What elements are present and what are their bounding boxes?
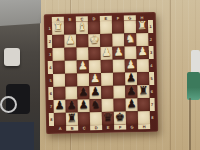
rank-label: 2 — [148, 33, 153, 46]
rank-label: 4 — [149, 59, 154, 72]
board-grid: ABCDEFGH1♜♝♜12♟♚♞23♟♟♟34♟♟45♟♟56♟♟♟♜67♟♟… — [47, 15, 155, 131]
square-r5c5 — [101, 73, 113, 86]
square-r4c6 — [113, 60, 125, 73]
black-Q-piece: ♛ — [103, 111, 113, 124]
black-K-piece: ♚ — [115, 111, 125, 124]
square-r8c4 — [90, 112, 102, 125]
square-r3c6: ♟ — [112, 47, 124, 60]
background-objects-left — [0, 0, 40, 150]
rank-label: 7 — [150, 98, 155, 111]
file-label: H — [138, 124, 150, 129]
black-R-piece: ♜ — [138, 84, 148, 97]
white-P-piece: ♟ — [101, 46, 111, 59]
table-edge — [189, 98, 191, 150]
square-r7c7: ♟ — [126, 98, 138, 111]
white-R-piece: ♜ — [137, 19, 147, 32]
file-label: G — [126, 124, 138, 129]
rank-label: 3 — [148, 46, 153, 59]
white-B-piece: ♝ — [77, 20, 87, 33]
white-P-piece: ♟ — [126, 58, 136, 71]
black-R-piece: ♜ — [67, 112, 77, 125]
square-r3c1 — [52, 48, 64, 61]
white-P-piece: ♟ — [137, 45, 147, 58]
file-label: F — [114, 124, 126, 129]
file-label: E — [102, 125, 114, 130]
square-r7c4: ♞ — [90, 99, 102, 112]
square-r1c5 — [100, 21, 112, 34]
black-P-piece: ♟ — [126, 84, 136, 97]
file-label: B — [66, 125, 78, 130]
black-P-piece: ♟ — [67, 99, 77, 112]
square-r2c7: ♞ — [124, 33, 136, 46]
white-N-piece: ♞ — [125, 32, 135, 45]
white-R-piece: ♜ — [53, 21, 63, 34]
black-P-piece: ♟ — [127, 97, 137, 110]
rank-label: 5 — [149, 72, 154, 85]
white-P-piece: ♟ — [78, 59, 88, 72]
black-P-piece: ♟ — [90, 85, 100, 98]
black-P-piece: ♟ — [78, 85, 88, 98]
square-r1c3: ♝ — [76, 21, 88, 34]
file-label: A — [54, 126, 66, 131]
square-r2c4: ♚ — [88, 34, 100, 47]
white-P-piece: ♟ — [65, 34, 75, 47]
light-object — [4, 48, 20, 66]
square-r1c1: ♜ — [52, 22, 64, 35]
file-label: C — [78, 125, 90, 130]
square-r2c3 — [76, 34, 88, 47]
square-r8c3 — [78, 112, 90, 125]
square-r4c2 — [65, 61, 77, 74]
square-r4c8 — [137, 59, 149, 72]
table-plank-seam — [170, 0, 171, 150]
dark-floor-object — [0, 122, 34, 150]
white-object-right — [191, 50, 200, 74]
square-r7c8 — [138, 98, 150, 111]
square-r4c1 — [53, 61, 65, 74]
square-r8c2: ♜ — [66, 112, 78, 125]
black-P-piece: ♟ — [55, 99, 65, 112]
board-corner — [150, 124, 155, 129]
square-r3c2 — [64, 48, 76, 61]
square-r5c1 — [53, 74, 65, 87]
square-r8c1 — [54, 113, 66, 126]
black-P-piece: ♟ — [79, 98, 89, 111]
square-r3c5: ♟ — [100, 47, 112, 60]
square-r1c8: ♜ — [136, 20, 148, 33]
square-r5c2 — [65, 74, 77, 87]
square-r7c3: ♟ — [78, 99, 90, 112]
file-label: D — [90, 125, 102, 130]
rank-label: 1 — [148, 20, 153, 33]
photo-scene: ABCDEFGH1♜♝♜12♟♚♞23♟♟♟34♟♟45♟♟56♟♟♟♜67♟♟… — [0, 0, 200, 150]
rank-label: 6 — [149, 85, 154, 98]
chess-board: ABCDEFGH1♜♝♜12♟♚♞23♟♟♟34♟♟45♟♟56♟♟♟♜67♟♟… — [44, 12, 158, 134]
square-r8c5: ♛ — [102, 112, 114, 125]
white-K-piece: ♚ — [89, 33, 99, 46]
square-r8c8 — [138, 111, 150, 124]
square-r3c4 — [88, 47, 100, 60]
square-r8c7 — [126, 111, 138, 124]
square-r5c6 — [113, 72, 125, 85]
square-r8c6: ♚ — [114, 111, 126, 124]
wheel-object — [0, 96, 17, 113]
square-r4c3: ♟ — [77, 60, 89, 73]
square-r4c5 — [101, 60, 113, 73]
white-P-piece: ♟ — [90, 72, 100, 85]
square-r2c1 — [52, 35, 64, 48]
background-wall — [0, 0, 41, 26]
square-r1c6 — [112, 21, 124, 34]
white-P-piece: ♟ — [113, 46, 123, 59]
square-r7c1: ♟ — [54, 100, 66, 113]
square-r6c8: ♜ — [137, 85, 149, 98]
square-r2c2: ♟ — [64, 35, 76, 48]
square-r6c5 — [101, 86, 113, 99]
square-r3c8: ♟ — [136, 46, 148, 59]
square-r6c6 — [113, 85, 125, 98]
black-N-piece: ♞ — [91, 98, 101, 111]
green-object-right — [187, 72, 200, 100]
rank-label: 8 — [150, 111, 155, 124]
black-P-piece: ♟ — [126, 71, 136, 84]
